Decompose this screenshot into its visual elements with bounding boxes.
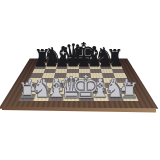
pieces-layer: ♜♞♝♛♚♝♞♜♟♟♟♟♟♟♟♟♟♟♟♟♟♟♟♟♜♞♝♛♚♝♞♜: [0, 0, 160, 160]
piece-black-pawn-h7: ♟: [109, 54, 123, 70]
piece-white-rook-h1: ♜: [120, 80, 139, 101]
chess-set-product-photo: ♜♞♝♛♚♝♞♜♟♟♟♟♟♟♟♟♟♟♟♟♟♟♟♟♜♞♝♛♚♝♞♜: [0, 0, 160, 160]
